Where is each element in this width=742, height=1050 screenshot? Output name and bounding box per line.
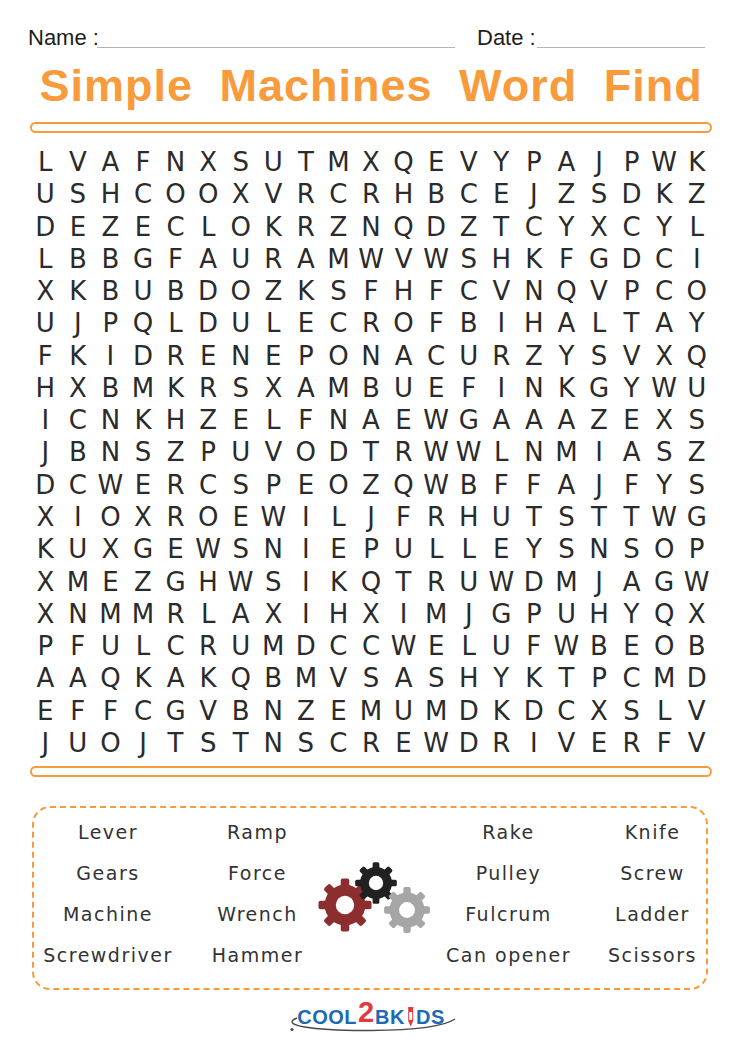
grid-cell: I [290,598,323,630]
grid-cell: K [518,662,551,694]
grid-cell: S [452,243,485,275]
grid-cell: U [257,146,290,178]
grid-cell: K [550,372,583,404]
grid-cell: H [583,598,616,630]
grid-cell: E [420,372,453,404]
grid-cell: C [550,694,583,726]
grid-cell: I [94,340,127,372]
grid-cell: E [127,211,160,243]
grid-cell: C [322,630,355,662]
word-list-item: Ramp [185,820,330,844]
grid-cell: P [615,275,648,307]
grid-cell: Q [387,146,420,178]
grid-cell: P [680,533,713,565]
grid-cell: X [648,404,681,436]
grid-cell: E [62,211,95,243]
grid-cell: S [224,372,257,404]
grid-cell: O [224,275,257,307]
grid-cell: M [550,436,583,468]
grid-cell: N [224,340,257,372]
grid-cell: H [387,275,420,307]
grid-cell: F [452,372,485,404]
grid-cell: R [159,469,192,501]
grid-cell: W [387,630,420,662]
grid-cell: O [192,178,225,210]
grid-cell: F [420,307,453,339]
grid-cell: J [62,307,95,339]
grid-cell: Y [550,340,583,372]
grid-cell: A [550,404,583,436]
grid-cell: X [29,598,62,630]
name-label: Name : [28,25,99,51]
grid-cell: T [387,565,420,597]
grid-cell: P [615,146,648,178]
grid-cell: A [387,662,420,694]
grid-cell: L [257,307,290,339]
grid-cell: L [29,243,62,275]
grid-cell: K [192,662,225,694]
grid-cell: O [94,501,127,533]
grid-cell: M [420,598,453,630]
grid-cell: E [387,404,420,436]
grid-cell: B [257,662,290,694]
grid-cell: E [387,727,420,759]
grid-cell: P [94,307,127,339]
grid-cell: F [485,469,518,501]
grid-cell: C [159,211,192,243]
grid-cell: X [355,598,388,630]
grid-cell: I [485,307,518,339]
grid-cell: V [257,436,290,468]
grid-cell: O [648,630,681,662]
grid-cell: N [94,404,127,436]
grid-cell: A [550,307,583,339]
grid-cell: C [159,630,192,662]
grid-cell: S [648,436,681,468]
grid-cell: Z [680,436,713,468]
grid-cell: U [127,275,160,307]
grid-cell: D [290,630,323,662]
grid-cell: C [452,178,485,210]
grid-cell: L [680,211,713,243]
grid-cell: W [648,372,681,404]
grid-cell: H [29,372,62,404]
grid-cell: U [224,630,257,662]
grid-cell: S [550,501,583,533]
grid-cell: D [29,469,62,501]
grid-cell: U [485,501,518,533]
grid-cell: L [583,307,616,339]
grid-cell: L [452,533,485,565]
grid-cell: R [485,340,518,372]
grid-cell: P [290,340,323,372]
grid-cell: I [680,243,713,275]
grid-cell: X [583,694,616,726]
grid-cell: E [420,146,453,178]
grid-cell: C [648,243,681,275]
grid-cell: W [192,533,225,565]
grid-cell: U [224,243,257,275]
grid-cell: J [29,727,62,759]
grid-cell: M [355,694,388,726]
grid-cell: G [127,243,160,275]
grid-cell: D [615,178,648,210]
grid-cell: D [452,727,485,759]
grid-cell: B [224,694,257,726]
grid-cell: Y [550,211,583,243]
grid-cell: H [452,662,485,694]
grid-cell: B [62,436,95,468]
grid-cell: Y [485,146,518,178]
grid-cell: S [583,340,616,372]
word-list-item: Screw [580,861,725,885]
grid-cell: V [192,694,225,726]
word-list-column-4: KnifeScrewLadderScissors [580,820,725,967]
grid-cell: L [648,694,681,726]
grid-cell: Q [387,211,420,243]
grid-cell: U [387,533,420,565]
grid-cell: V [680,727,713,759]
grid-cell: U [29,307,62,339]
grid-cell: L [420,533,453,565]
grid-cell: R [615,727,648,759]
grid-cell: F [62,630,95,662]
grid-cell: I [290,565,323,597]
grid-cell: S [224,533,257,565]
grid-cell: G [583,372,616,404]
grid-cell: S [615,694,648,726]
grid-cell: C [322,307,355,339]
grid-cell: O [387,307,420,339]
grid-cell: E [290,307,323,339]
grid-cell: P [583,662,616,694]
page-title: Simple Machines Word Find [30,60,712,112]
grid-cell: L [159,307,192,339]
grid-cell: U [224,436,257,468]
grid-cell: Z [290,694,323,726]
grid-cell: W [224,565,257,597]
grid-cell: T [159,727,192,759]
grid-cell: U [94,630,127,662]
grid-cell: T [550,662,583,694]
grid-cell: D [680,662,713,694]
grid-cell: A [290,243,323,275]
grid-cell: X [62,372,95,404]
grid-cell: E [224,501,257,533]
grid-cell: Z [452,211,485,243]
grid-cell: I [62,501,95,533]
grid-cell: C [355,630,388,662]
grid-cell: B [94,275,127,307]
grid-cell: J [583,146,616,178]
grid-cell: C [192,469,225,501]
grid-cell: X [257,598,290,630]
grid-cell: R [159,340,192,372]
grid-cell: Y [615,598,648,630]
grid-cell: V [387,243,420,275]
grid-cell: U [452,565,485,597]
word-list-item: Fulcrum [435,902,582,926]
grid-cell: F [94,694,127,726]
grid-cell: R [355,178,388,210]
date-label: Date : [477,25,536,51]
grid-cell: Z [127,565,160,597]
grid-cell: Y [615,372,648,404]
grid-cell: K [518,243,551,275]
gray-gear-icon [384,887,430,933]
grid-cell: I [518,727,551,759]
grid-cell: P [518,598,551,630]
grid-cell: E [322,533,355,565]
grid-cell: D [518,565,551,597]
grid-cell: M [257,630,290,662]
grid-cell: K [680,146,713,178]
grid-cell: A [550,146,583,178]
grid-cell: D [192,307,225,339]
grid-cell: M [322,243,355,275]
grid-cell: W [550,630,583,662]
grid-cell: H [94,178,127,210]
grid-cell: D [615,243,648,275]
grid-cell: J [127,727,160,759]
grid-cell: W [257,501,290,533]
grid-cell: B [452,469,485,501]
grid-cell: M [290,662,323,694]
grid-cell: N [583,533,616,565]
grid-cell: Z [94,211,127,243]
grid-cell: L [192,211,225,243]
grid-cell: Q [387,469,420,501]
grid-cell: A [29,662,62,694]
grid-cell: S [224,469,257,501]
grid-cell: Q [550,275,583,307]
grid-cell: D [322,436,355,468]
grid-cell: F [518,469,551,501]
grid-cell: V [583,275,616,307]
grid-cell: Z [518,340,551,372]
grid-cell: S [583,178,616,210]
grid-cell: W [420,404,453,436]
grid-cell: A [290,372,323,404]
grid-cell: K [62,340,95,372]
grid-cell: A [224,598,257,630]
grid-cell: A [550,469,583,501]
grid-cell: Q [355,565,388,597]
top-separator-rule [30,122,712,133]
grid-cell: R [485,727,518,759]
grid-cell: N [62,598,95,630]
grid-cell: E [485,178,518,210]
grid-cell: S [192,727,225,759]
grid-cell: F [29,340,62,372]
grid-cell: F [127,146,160,178]
grid-cell: Q [648,598,681,630]
grid-cell: K [62,275,95,307]
grid-cell: Z [355,469,388,501]
grid-cell: W [94,469,127,501]
grid-cell: A [518,404,551,436]
grid-cell: R [355,727,388,759]
grid-cell: H [452,501,485,533]
grid-cell: J [29,436,62,468]
grid-cell: A [648,307,681,339]
grid-cell: P [518,146,551,178]
grid-cell: H [387,178,420,210]
grid-cell: U [62,533,95,565]
word-list-column-2: RampForceWrenchHammer [185,820,330,967]
grid-cell: D [192,275,225,307]
grid-cell: I [485,372,518,404]
grid-cell: A [159,662,192,694]
grid-cell: C [518,211,551,243]
grid-cell: R [159,501,192,533]
grid-cell: T [615,307,648,339]
grid-cell: V [615,340,648,372]
word-list-item: Screwdriver [28,943,188,967]
word-list-item: Lever [28,820,188,844]
grid-cell: X [680,598,713,630]
grid-cell: U [29,178,62,210]
grid-cell: U [680,372,713,404]
grid-cell: M [62,565,95,597]
grid-cell: V [485,275,518,307]
grid-cell: O [290,436,323,468]
grid-cell: Y [648,211,681,243]
grid-cell: K [29,533,62,565]
grid-cell: A [94,146,127,178]
grid-cell: X [29,565,62,597]
grid-cell: B [355,372,388,404]
bottom-separator-rule [30,766,712,777]
grid-cell: A [192,243,225,275]
grid-cell: U [387,694,420,726]
grid-cell: B [452,307,485,339]
grid-cell: W [452,436,485,468]
grid-cell: D [518,694,551,726]
grid-cell: Z [322,211,355,243]
grid-cell: M [550,565,583,597]
grid-cell: E [192,340,225,372]
word-list-item: Wrench [185,902,330,926]
gears-icon [316,858,434,944]
grid-cell: N [322,404,355,436]
grid-cell: J [583,565,616,597]
grid-cell: X [192,146,225,178]
grid-cell: O [322,340,355,372]
grid-cell: F [355,275,388,307]
word-list-item: Machine [28,902,188,926]
grid-cell: R [420,501,453,533]
grid-cell: F [518,630,551,662]
grid-cell: E [290,469,323,501]
grid-cell: N [518,436,551,468]
grid-cell: E [224,404,257,436]
grid-cell: B [94,243,127,275]
grid-cell: A [615,565,648,597]
word-list-item: Pulley [435,861,582,885]
grid-cell: H [518,307,551,339]
grid-cell: F [420,275,453,307]
grid-cell: C [420,340,453,372]
grid-cell: E [94,565,127,597]
grid-cell: X [583,211,616,243]
grid-cell: X [648,340,681,372]
grid-cell: I [290,501,323,533]
grid-cell: K [648,178,681,210]
word-list-item: Scissors [580,943,725,967]
grid-cell: G [159,694,192,726]
grid-cell: V [257,178,290,210]
grid-cell: T [355,436,388,468]
grid-cell: N [518,275,551,307]
grid-cell: X [355,146,388,178]
grid-cell: O [224,211,257,243]
grid-cell: L [485,436,518,468]
word-list-item: Rake [435,820,582,844]
grid-cell: T [583,501,616,533]
grid-cell: H [485,243,518,275]
grid-cell: C [615,211,648,243]
name-blank-line [97,26,455,48]
grid-cell: V [322,662,355,694]
grid-cell: X [94,533,127,565]
grid-cell: D [420,211,453,243]
grid-cell: O [94,727,127,759]
grid-cell: K [257,211,290,243]
grid-cell: W [355,243,388,275]
grid-cell: U [452,340,485,372]
grid-cell: G [159,565,192,597]
grid-cell: V [452,146,485,178]
grid-cell: W [648,146,681,178]
word-list-column-3: RakePulleyFulcrumCan opener [435,820,582,967]
grid-cell: D [452,694,485,726]
grid-cell: D [29,211,62,243]
grid-cell: I [290,533,323,565]
grid-cell: I [583,436,616,468]
grid-cell: P [257,469,290,501]
grid-cell: J [583,469,616,501]
grid-cell: E [159,533,192,565]
grid-cell: Y [485,662,518,694]
grid-cell: E [485,533,518,565]
grid-cell: U [550,598,583,630]
grid-cell: Z [680,178,713,210]
grid-cell: N [257,694,290,726]
grid-cell: F [159,243,192,275]
grid-cell: W [680,565,713,597]
grid-cell: S [127,436,160,468]
word-list-column-1: LeverGearsMachineScrewdriver [28,820,188,967]
grid-cell: U [62,727,95,759]
date-blank-line [537,26,705,48]
grid-cell: X [224,178,257,210]
grid-cell: F [387,501,420,533]
grid-cell: C [322,727,355,759]
grid-cell: B [680,630,713,662]
grid-cell: N [257,727,290,759]
grid-cell: N [355,340,388,372]
grid-cell: Z [192,404,225,436]
grid-cell: S [62,178,95,210]
grid-cell: M [127,372,160,404]
grid-cell: N [518,372,551,404]
grid-cell: Z [550,178,583,210]
grid-cell: N [355,211,388,243]
grid-cell: N [257,533,290,565]
grid-cell: R [355,307,388,339]
grid-cell: A [355,404,388,436]
